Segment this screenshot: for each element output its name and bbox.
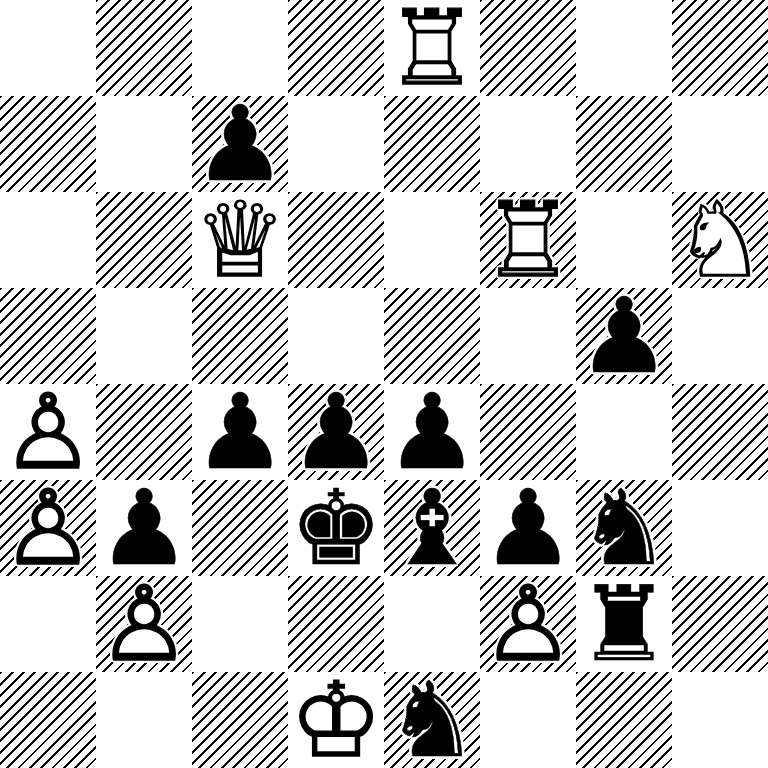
square-h3[interactable] xyxy=(672,480,768,576)
square-f4[interactable] xyxy=(480,384,576,480)
piece-black-pawn: ♟ xyxy=(288,384,384,480)
piece-white-pawn: ♙ xyxy=(96,576,192,672)
piece-white-king: ♔ xyxy=(288,672,384,768)
piece-white-pawn: ♙ xyxy=(480,576,576,672)
square-b3[interactable]: ♟♟ xyxy=(96,480,192,576)
square-g2[interactable]: ♜♜ xyxy=(576,576,672,672)
square-f5[interactable] xyxy=(480,288,576,384)
square-c3[interactable] xyxy=(192,480,288,576)
piece-white-pawn: ♙ xyxy=(0,480,96,576)
square-a5[interactable] xyxy=(0,288,96,384)
black-rook-halo: ♜ xyxy=(576,576,672,672)
black-pawn-halo: ♟ xyxy=(96,480,192,576)
square-c7[interactable]: ♟♟ xyxy=(192,96,288,192)
square-g6[interactable] xyxy=(576,192,672,288)
square-d8[interactable] xyxy=(288,0,384,96)
square-h8[interactable] xyxy=(672,0,768,96)
square-d3[interactable]: ♚♚ xyxy=(288,480,384,576)
square-d1[interactable]: ♚♔ xyxy=(288,672,384,768)
square-g8[interactable] xyxy=(576,0,672,96)
square-a4[interactable]: ♟♙ xyxy=(0,384,96,480)
square-h4[interactable] xyxy=(672,384,768,480)
square-c5[interactable] xyxy=(192,288,288,384)
piece-black-rook: ♜ xyxy=(576,576,672,672)
piece-black-king: ♚ xyxy=(288,480,384,576)
piece-black-knight: ♞ xyxy=(576,480,672,576)
square-a1[interactable] xyxy=(0,672,96,768)
square-e5[interactable] xyxy=(384,288,480,384)
square-b2[interactable]: ♟♙ xyxy=(96,576,192,672)
square-f3[interactable]: ♟♟ xyxy=(480,480,576,576)
white-pawn-halo: ♟ xyxy=(480,576,576,672)
piece-white-knight: ♘ xyxy=(672,192,768,288)
square-e8[interactable]: ♜♖ xyxy=(384,0,480,96)
square-b4[interactable] xyxy=(96,384,192,480)
white-pawn-halo: ♟ xyxy=(0,384,96,480)
piece-black-bishop: ♝ xyxy=(384,480,480,576)
black-knight-halo: ♞ xyxy=(384,672,480,768)
piece-black-knight: ♞ xyxy=(384,672,480,768)
square-b7[interactable] xyxy=(96,96,192,192)
square-a7[interactable] xyxy=(0,96,96,192)
square-g5[interactable]: ♟♟ xyxy=(576,288,672,384)
square-h6[interactable]: ♞♘ xyxy=(672,192,768,288)
piece-black-pawn: ♟ xyxy=(384,384,480,480)
square-g4[interactable] xyxy=(576,384,672,480)
square-f7[interactable] xyxy=(480,96,576,192)
square-c6[interactable]: ♛♕ xyxy=(192,192,288,288)
square-d6[interactable] xyxy=(288,192,384,288)
square-b5[interactable] xyxy=(96,288,192,384)
square-a6[interactable] xyxy=(0,192,96,288)
square-e4[interactable]: ♟♟ xyxy=(384,384,480,480)
white-pawn-halo: ♟ xyxy=(96,576,192,672)
piece-white-queen: ♕ xyxy=(192,192,288,288)
square-e2[interactable] xyxy=(384,576,480,672)
square-h2[interactable] xyxy=(672,576,768,672)
black-pawn-halo: ♟ xyxy=(480,480,576,576)
square-g1[interactable] xyxy=(576,672,672,768)
square-h5[interactable] xyxy=(672,288,768,384)
black-pawn-halo: ♟ xyxy=(576,288,672,384)
square-f1[interactable] xyxy=(480,672,576,768)
square-f6[interactable]: ♜♖ xyxy=(480,192,576,288)
white-queen-halo: ♛ xyxy=(192,192,288,288)
chess-board: ♜♖♟♟♛♕♜♖♞♘♟♟♟♙♟♟♟♟♟♟♟♙♟♟♚♚♝♝♟♟♞♞♟♙♟♙♜♜♚♔… xyxy=(0,0,768,768)
square-b1[interactable] xyxy=(96,672,192,768)
square-c2[interactable] xyxy=(192,576,288,672)
square-a8[interactable] xyxy=(0,0,96,96)
square-h7[interactable] xyxy=(672,96,768,192)
square-c8[interactable] xyxy=(192,0,288,96)
black-pawn-halo: ♟ xyxy=(192,384,288,480)
white-king-halo: ♚ xyxy=(288,672,384,768)
square-d2[interactable] xyxy=(288,576,384,672)
white-knight-halo: ♞ xyxy=(672,192,768,288)
square-c4[interactable]: ♟♟ xyxy=(192,384,288,480)
piece-black-pawn: ♟ xyxy=(96,480,192,576)
square-c1[interactable] xyxy=(192,672,288,768)
black-pawn-halo: ♟ xyxy=(288,384,384,480)
square-a3[interactable]: ♟♙ xyxy=(0,480,96,576)
square-e1[interactable]: ♞♞ xyxy=(384,672,480,768)
square-b8[interactable] xyxy=(96,0,192,96)
black-knight-halo: ♞ xyxy=(576,480,672,576)
square-e3[interactable]: ♝♝ xyxy=(384,480,480,576)
piece-white-rook: ♖ xyxy=(480,192,576,288)
black-pawn-halo: ♟ xyxy=(192,96,288,192)
piece-black-pawn: ♟ xyxy=(192,96,288,192)
square-f8[interactable] xyxy=(480,0,576,96)
square-f2[interactable]: ♟♙ xyxy=(480,576,576,672)
white-rook-halo: ♜ xyxy=(480,192,576,288)
square-b6[interactable] xyxy=(96,192,192,288)
square-a2[interactable] xyxy=(0,576,96,672)
black-bishop-halo: ♝ xyxy=(384,480,480,576)
black-king-halo: ♚ xyxy=(288,480,384,576)
square-h1[interactable] xyxy=(672,672,768,768)
black-pawn-halo: ♟ xyxy=(384,384,480,480)
piece-black-pawn: ♟ xyxy=(480,480,576,576)
square-d5[interactable] xyxy=(288,288,384,384)
chess-board-window: ♜♖♟♟♛♕♜♖♞♘♟♟♟♙♟♟♟♟♟♟♟♙♟♟♚♚♝♝♟♟♞♞♟♙♟♙♜♜♚♔… xyxy=(0,0,768,768)
square-e6[interactable] xyxy=(384,192,480,288)
square-d4[interactable]: ♟♟ xyxy=(288,384,384,480)
piece-black-pawn: ♟ xyxy=(576,288,672,384)
white-rook-halo: ♜ xyxy=(384,0,480,96)
square-d7[interactable] xyxy=(288,96,384,192)
piece-white-rook: ♖ xyxy=(384,0,480,96)
square-e7[interactable] xyxy=(384,96,480,192)
square-g3[interactable]: ♞♞ xyxy=(576,480,672,576)
piece-black-pawn: ♟ xyxy=(192,384,288,480)
white-pawn-halo: ♟ xyxy=(0,480,96,576)
piece-white-pawn: ♙ xyxy=(0,384,96,480)
square-g7[interactable] xyxy=(576,96,672,192)
